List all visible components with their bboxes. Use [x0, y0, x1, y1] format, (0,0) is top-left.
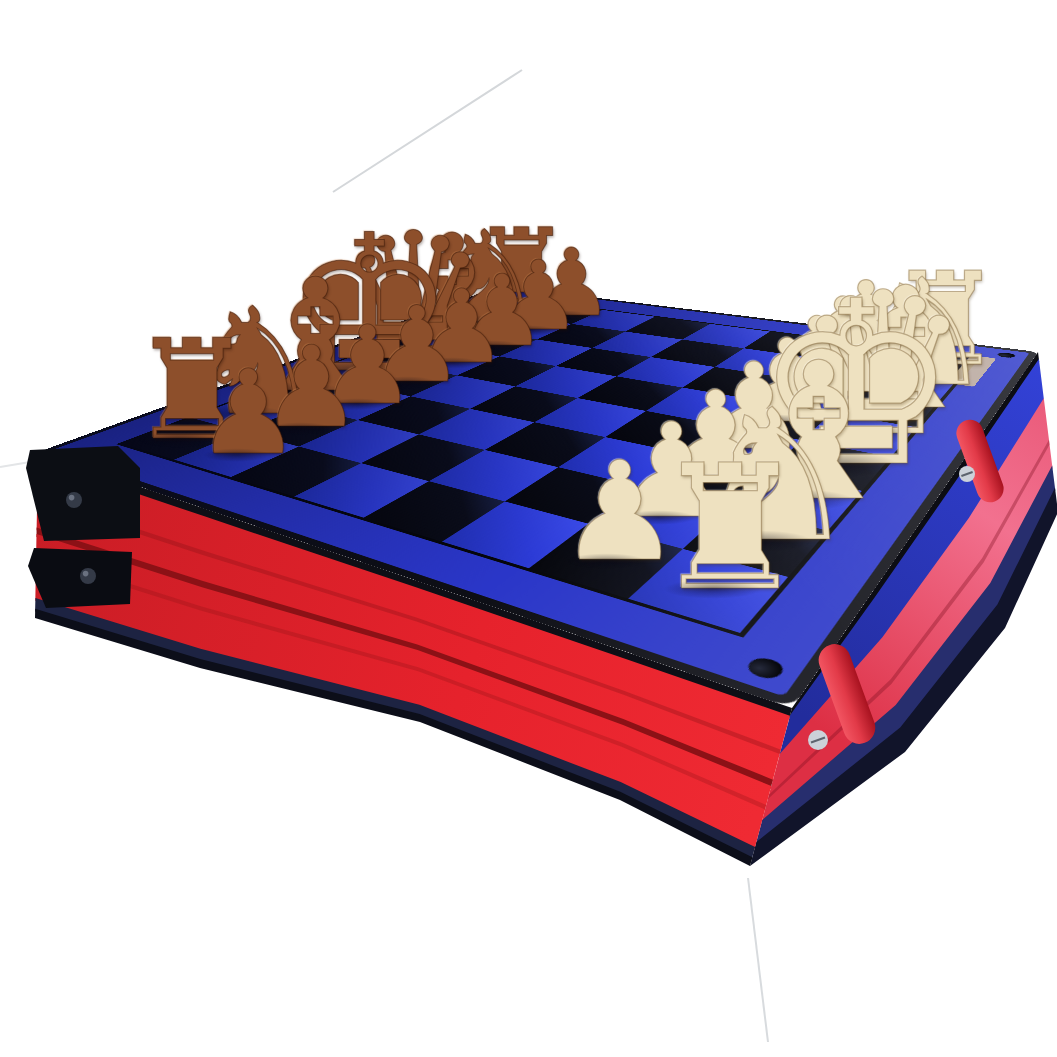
- product-photo-scene: ♜♞♝♛♚♝♞♜♟♟♟♟♟♟♟♟♟♟♟♟♟♟♟♟♜♞♝♛♚♝♞♜: [0, 0, 1057, 1057]
- protector-screw-upper: [66, 492, 82, 508]
- corner-protector-lower: [28, 548, 132, 608]
- box-hardware: [0, 0, 1057, 1057]
- protector-screw-upper-highlight: [69, 495, 75, 501]
- protector-screw-lower-highlight: [83, 571, 89, 577]
- corner-protector-upper: [26, 446, 140, 541]
- protector-screw-lower: [80, 568, 96, 584]
- hinge-far: [953, 416, 1008, 506]
